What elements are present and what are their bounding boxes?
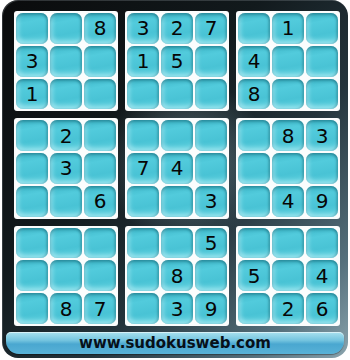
given-digit: 4 <box>248 51 261 71</box>
cell-r5c8[interactable] <box>272 153 304 184</box>
given-digit: 1 <box>26 84 39 104</box>
cell-r9c4[interactable] <box>127 293 159 324</box>
cell-r9c9[interactable]: 6 <box>306 293 338 324</box>
footer-bar: www.sudokusweb.com <box>6 332 344 354</box>
cell-r3c2[interactable] <box>50 79 82 110</box>
cell-r7c7[interactable] <box>238 228 270 259</box>
given-digit: 6 <box>316 299 329 319</box>
cell-r9c5[interactable]: 3 <box>161 293 193 324</box>
cell-r3c6[interactable] <box>195 79 227 110</box>
cell-r2c3[interactable] <box>84 46 116 77</box>
cell-r3c5[interactable] <box>161 79 193 110</box>
cell-r7c5[interactable] <box>161 228 193 259</box>
cell-r8c1[interactable] <box>16 260 48 291</box>
puzzle-frame: 8313271514823674383498758395426 www.sudo… <box>2 0 348 358</box>
cell-r8c7[interactable]: 5 <box>238 260 270 291</box>
cell-r6c5[interactable] <box>161 186 193 217</box>
box-r3c2: 5839 <box>125 226 229 326</box>
given-digit: 8 <box>171 266 184 286</box>
given-digit: 7 <box>94 299 107 319</box>
cell-r5c6[interactable] <box>195 153 227 184</box>
cell-r5c1[interactable] <box>16 153 48 184</box>
cell-r6c8[interactable]: 4 <box>272 186 304 217</box>
cell-r4c8[interactable]: 8 <box>272 120 304 151</box>
given-digit: 3 <box>171 299 184 319</box>
given-digit: 4 <box>171 158 184 178</box>
site-link[interactable]: www.sudokusweb.com <box>79 334 271 352</box>
cell-r4c9[interactable]: 3 <box>306 120 338 151</box>
given-digit: 8 <box>248 84 261 104</box>
given-digit: 7 <box>205 18 218 38</box>
cell-r6c9[interactable]: 9 <box>306 186 338 217</box>
cell-r4c3[interactable] <box>84 120 116 151</box>
cell-r5c5[interactable]: 4 <box>161 153 193 184</box>
box-r2c3: 8349 <box>236 118 340 218</box>
given-digit: 9 <box>316 191 329 211</box>
cell-r7c3[interactable] <box>84 228 116 259</box>
cell-r3c1[interactable]: 1 <box>16 79 48 110</box>
given-digit: 3 <box>137 18 150 38</box>
box-r3c3: 5426 <box>236 226 340 326</box>
cell-r4c5[interactable] <box>161 120 193 151</box>
given-digit: 5 <box>171 51 184 71</box>
cell-r2c1[interactable]: 3 <box>16 46 48 77</box>
cell-r1c6[interactable]: 7 <box>195 13 227 44</box>
cell-r6c3[interactable]: 6 <box>84 186 116 217</box>
cell-r1c3[interactable]: 8 <box>84 13 116 44</box>
cell-r3c8[interactable] <box>272 79 304 110</box>
given-digit: 2 <box>282 299 295 319</box>
cell-r6c4[interactable] <box>127 186 159 217</box>
cell-r2c7[interactable]: 4 <box>238 46 270 77</box>
given-digit: 5 <box>248 266 261 286</box>
cell-r4c4[interactable] <box>127 120 159 151</box>
given-digit: 2 <box>171 18 184 38</box>
given-digit: 8 <box>94 18 107 38</box>
cell-r2c2[interactable] <box>50 46 82 77</box>
given-digit: 1 <box>137 51 150 71</box>
given-digit: 3 <box>60 158 73 178</box>
cell-r3c9[interactable] <box>306 79 338 110</box>
given-digit: 3 <box>316 126 329 146</box>
cell-r5c4[interactable]: 7 <box>127 153 159 184</box>
cell-r8c5[interactable]: 8 <box>161 260 193 291</box>
given-digit: 7 <box>137 158 150 178</box>
sudoku-board: 8313271514823674383498758395426 <box>14 11 340 326</box>
cell-r9c6[interactable]: 9 <box>195 293 227 324</box>
cell-r8c6[interactable] <box>195 260 227 291</box>
cell-r6c7[interactable] <box>238 186 270 217</box>
cell-r5c2[interactable]: 3 <box>50 153 82 184</box>
cell-r8c8[interactable] <box>272 260 304 291</box>
cell-r7c4[interactable] <box>127 228 159 259</box>
cell-r4c6[interactable] <box>195 120 227 151</box>
cell-r2c6[interactable] <box>195 46 227 77</box>
given-digit: 2 <box>60 126 73 146</box>
cell-r3c4[interactable] <box>127 79 159 110</box>
cell-r9c3[interactable]: 7 <box>84 293 116 324</box>
cell-r6c1[interactable] <box>16 186 48 217</box>
cell-r9c1[interactable] <box>16 293 48 324</box>
box-r1c2: 32715 <box>125 11 229 111</box>
cell-r8c9[interactable]: 4 <box>306 260 338 291</box>
box-r3c1: 87 <box>14 226 118 326</box>
given-digit: 6 <box>94 191 107 211</box>
cell-r6c6[interactable]: 3 <box>195 186 227 217</box>
cell-r3c7[interactable]: 8 <box>238 79 270 110</box>
cell-r1c9[interactable] <box>306 13 338 44</box>
cell-r9c2[interactable]: 8 <box>50 293 82 324</box>
given-digit: 9 <box>205 299 218 319</box>
cell-r4c7[interactable] <box>238 120 270 151</box>
cell-r5c7[interactable] <box>238 153 270 184</box>
cell-r2c8[interactable] <box>272 46 304 77</box>
cell-r4c1[interactable] <box>16 120 48 151</box>
box-r2c1: 236 <box>14 118 118 218</box>
cell-r7c8[interactable] <box>272 228 304 259</box>
cell-r1c5[interactable]: 2 <box>161 13 193 44</box>
given-digit: 8 <box>60 299 73 319</box>
box-r1c3: 148 <box>236 11 340 111</box>
cell-r2c5[interactable]: 5 <box>161 46 193 77</box>
given-digit: 3 <box>26 51 39 71</box>
cell-r9c8[interactable]: 2 <box>272 293 304 324</box>
given-digit: 4 <box>316 266 329 286</box>
cell-r1c8[interactable]: 1 <box>272 13 304 44</box>
cell-r4c2[interactable]: 2 <box>50 120 82 151</box>
given-digit: 3 <box>205 191 218 211</box>
given-digit: 8 <box>282 126 295 146</box>
cell-r1c2[interactable] <box>50 13 82 44</box>
given-digit: 4 <box>282 191 295 211</box>
box-r1c1: 831 <box>14 11 118 111</box>
cell-r7c1[interactable] <box>16 228 48 259</box>
cell-r7c6[interactable]: 5 <box>195 228 227 259</box>
cell-r2c9[interactable] <box>306 46 338 77</box>
cell-r5c3[interactable] <box>84 153 116 184</box>
cell-r1c4[interactable]: 3 <box>127 13 159 44</box>
given-digit: 5 <box>205 233 218 253</box>
cell-r6c2[interactable] <box>50 186 82 217</box>
box-r2c2: 743 <box>125 118 229 218</box>
given-digit: 1 <box>282 18 295 38</box>
cell-r7c9[interactable] <box>306 228 338 259</box>
cell-r8c2[interactable] <box>50 260 82 291</box>
cell-r8c3[interactable] <box>84 260 116 291</box>
cell-r1c7[interactable] <box>238 13 270 44</box>
cell-r5c9[interactable] <box>306 153 338 184</box>
cell-r9c7[interactable] <box>238 293 270 324</box>
cell-r2c4[interactable]: 1 <box>127 46 159 77</box>
cell-r7c2[interactable] <box>50 228 82 259</box>
cell-r8c4[interactable] <box>127 260 159 291</box>
page: 8313271514823674383498758395426 www.sudo… <box>0 0 350 360</box>
cell-r1c1[interactable] <box>16 13 48 44</box>
cell-r3c3[interactable] <box>84 79 116 110</box>
